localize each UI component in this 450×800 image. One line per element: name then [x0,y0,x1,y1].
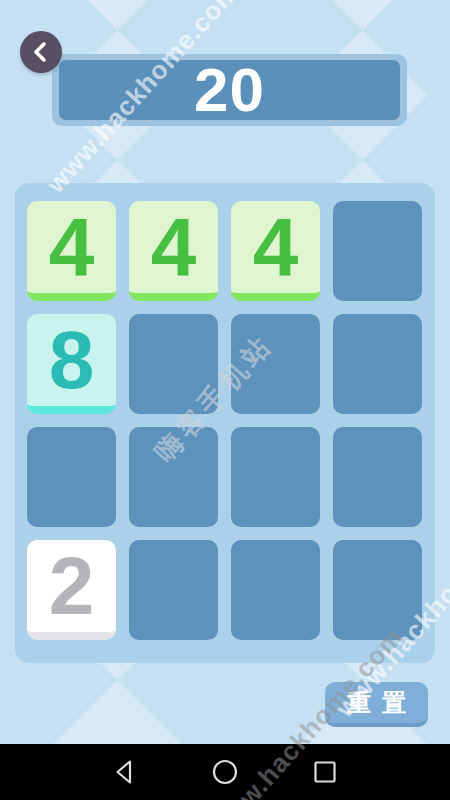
cell-r3c0: 2 [27,540,116,640]
nav-back-triangle-icon[interactable] [110,757,140,787]
cell-r1c2 [231,314,320,414]
chevron-left-icon [20,31,62,73]
cell-r3c1 [129,540,218,640]
nav-recents-square-icon[interactable] [310,757,340,787]
cell-r2c0 [27,427,116,527]
cell-r2c3 [333,427,422,527]
android-navbar [0,744,450,800]
reset-button[interactable]: 重置 [325,682,428,727]
score-bar: 20 [59,60,400,120]
nav-home-circle-icon[interactable] [210,757,240,787]
cell-r2c2 [231,427,320,527]
cell-r2c1 [129,427,218,527]
cell-r0c0: 4 [27,201,116,301]
cell-r0c1: 4 [129,201,218,301]
cell-r0c2: 4 [231,201,320,301]
game-board[interactable]: 4 4 4 8 2 [15,183,435,663]
cell-r1c1 [129,314,218,414]
cell-r3c3 [333,540,422,640]
cell-r1c3 [333,314,422,414]
score-value: 20 [194,59,265,121]
board-grid: 4 4 4 8 2 [27,201,422,640]
back-button[interactable] [20,31,62,73]
cell-r3c2 [231,540,320,640]
cell-r1c0: 8 [27,314,116,414]
score-panel: 20 [52,54,407,126]
game-screen: 20 4 4 4 8 2 重置 [0,0,450,800]
cell-r0c3 [333,201,422,301]
